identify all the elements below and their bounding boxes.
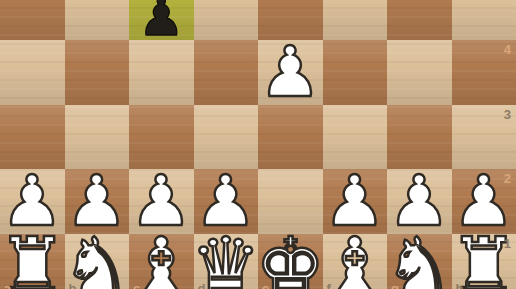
square-a5[interactable] bbox=[0, 0, 65, 40]
square-h1[interactable]: ♜1h bbox=[452, 234, 516, 289]
square-b5[interactable] bbox=[65, 0, 130, 40]
square-g1[interactable]: ♞g bbox=[387, 234, 452, 289]
white-knight[interactable]: ♞ bbox=[384, 227, 454, 289]
square-b1[interactable]: ♞b bbox=[65, 234, 130, 289]
white-rook[interactable]: ♜ bbox=[0, 227, 67, 289]
square-h5[interactable] bbox=[452, 0, 516, 40]
square-c1[interactable]: ♝c bbox=[129, 234, 194, 289]
white-bishop[interactable]: ♝ bbox=[320, 227, 390, 289]
white-pawn[interactable]: ♟ bbox=[259, 37, 322, 107]
square-a1[interactable]: ♜a bbox=[0, 234, 65, 289]
square-g4[interactable] bbox=[387, 40, 452, 105]
square-e4[interactable]: ♟ bbox=[258, 40, 323, 105]
black-pawn[interactable]: ♟ bbox=[138, 0, 185, 43]
square-f5[interactable] bbox=[323, 0, 388, 40]
square-c4[interactable] bbox=[129, 40, 194, 105]
white-queen[interactable]: ♛ bbox=[191, 227, 261, 289]
square-d1[interactable]: ♛d bbox=[194, 234, 259, 289]
square-d4[interactable] bbox=[194, 40, 259, 105]
square-g5[interactable] bbox=[387, 0, 452, 40]
square-f1[interactable]: ♝f bbox=[323, 234, 388, 289]
white-king[interactable]: ♚ bbox=[255, 227, 325, 289]
square-e1[interactable]: ♚e bbox=[258, 234, 323, 289]
rank-label-3: 3 bbox=[504, 108, 511, 121]
square-c5[interactable]: ♟ bbox=[129, 0, 194, 40]
chess-board: ♟♟43♟♟♟♟♟♟♟2♜a♞b♝c♛d♚e♝f♞g♜1h bbox=[0, 0, 516, 289]
square-h4[interactable]: 4 bbox=[452, 40, 516, 105]
square-e3[interactable] bbox=[258, 105, 323, 170]
square-f4[interactable] bbox=[323, 40, 388, 105]
white-bishop[interactable]: ♝ bbox=[126, 227, 196, 289]
white-rook[interactable]: ♜ bbox=[449, 227, 516, 289]
square-b4[interactable] bbox=[65, 40, 130, 105]
chessboard-viewport: ♟♟43♟♟♟♟♟♟♟2♜a♞b♝c♛d♚e♝f♞g♜1h bbox=[0, 0, 516, 289]
white-knight[interactable]: ♞ bbox=[62, 227, 132, 289]
rank-label-4: 4 bbox=[504, 43, 511, 56]
square-a4[interactable] bbox=[0, 40, 65, 105]
square-d5[interactable] bbox=[194, 0, 259, 40]
